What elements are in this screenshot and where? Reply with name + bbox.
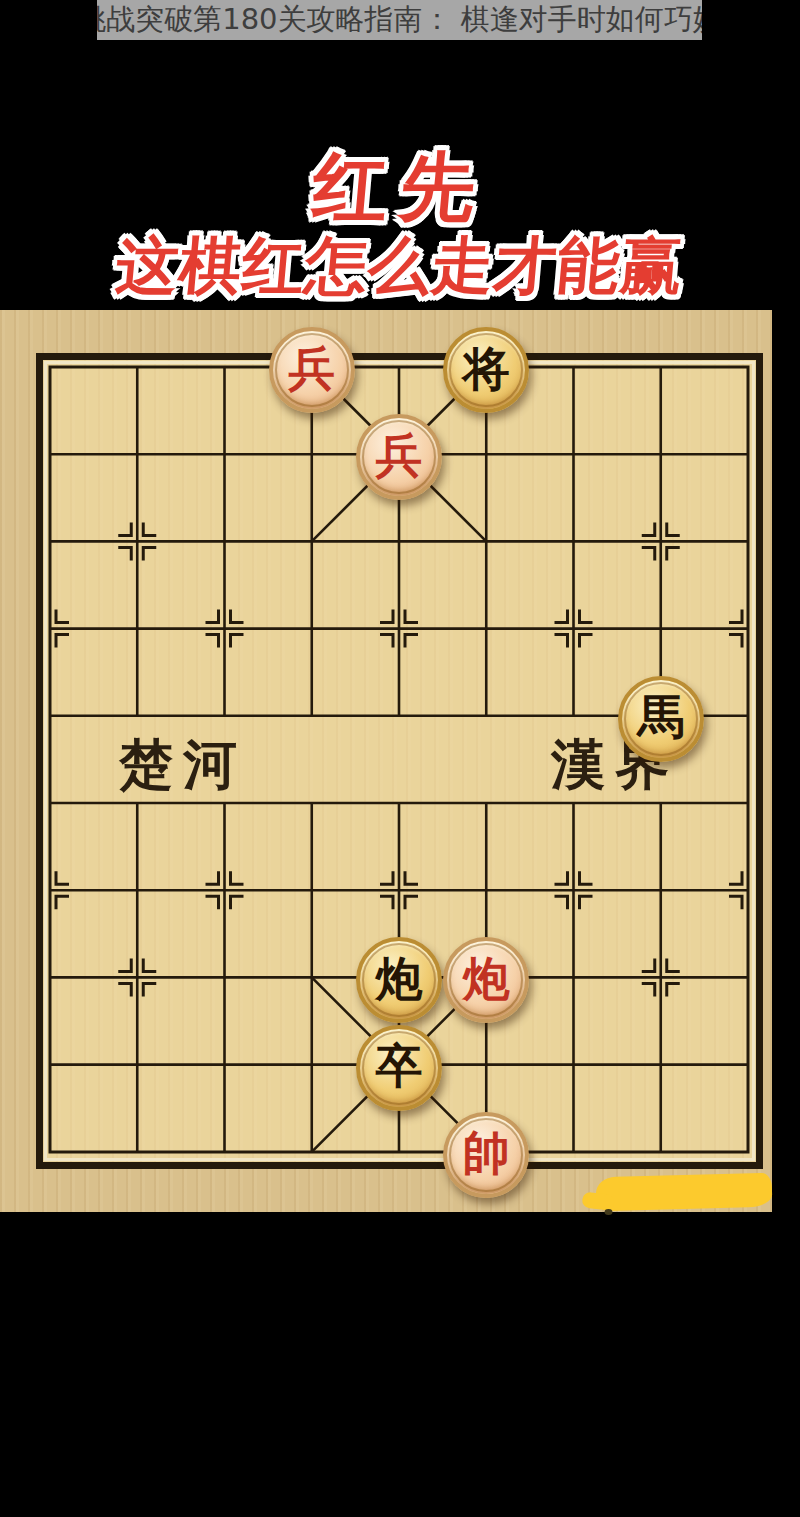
piece-black-cannon[interactable]: 炮 (356, 937, 442, 1023)
headline-bar: 棋挑战突破第180关攻略指南： 棋逢对手时如何巧妙取 (97, 0, 702, 40)
piece-char: 兵 (376, 432, 423, 479)
puzzle-caption: 红先 这棋红怎么走才能赢 (0, 148, 800, 298)
ink-speck (604, 1209, 612, 1215)
piece-char: 馬 (637, 693, 684, 740)
piece-char: 帥 (463, 1129, 510, 1176)
xiangqi-board: 楚河漢界 兵将兵馬炮炮卒帥 (0, 310, 772, 1212)
piece-black-general[interactable]: 将 (443, 327, 529, 413)
river-label-left: 楚河 (118, 732, 247, 796)
piece-char: 兵 (288, 345, 335, 392)
caption-question: 这棋红怎么走才能赢 (0, 233, 800, 298)
piece-red-soldier-2[interactable]: 兵 (356, 414, 442, 500)
piece-black-horse[interactable]: 馬 (618, 676, 704, 762)
piece-red-general[interactable]: 帥 (443, 1112, 529, 1198)
piece-char: 卒 (376, 1042, 423, 1089)
highlighter-smudge (596, 1173, 773, 1212)
piece-char: 炮 (376, 955, 423, 1002)
piece-black-soldier[interactable]: 卒 (356, 1025, 442, 1111)
piece-red-soldier-1[interactable]: 兵 (269, 327, 355, 413)
screenshot-root: 棋挑战突破第180关攻略指南： 棋逢对手时如何巧妙取 红先 这棋红怎么走才能赢 … (0, 0, 800, 1517)
caption-red-first: 红先 (0, 148, 800, 227)
headline-text: 棋挑战突破第180关攻略指南： 棋逢对手时如何巧妙取 (97, 0, 702, 40)
piece-char: 将 (463, 345, 510, 392)
piece-char: 炮 (463, 955, 510, 1002)
